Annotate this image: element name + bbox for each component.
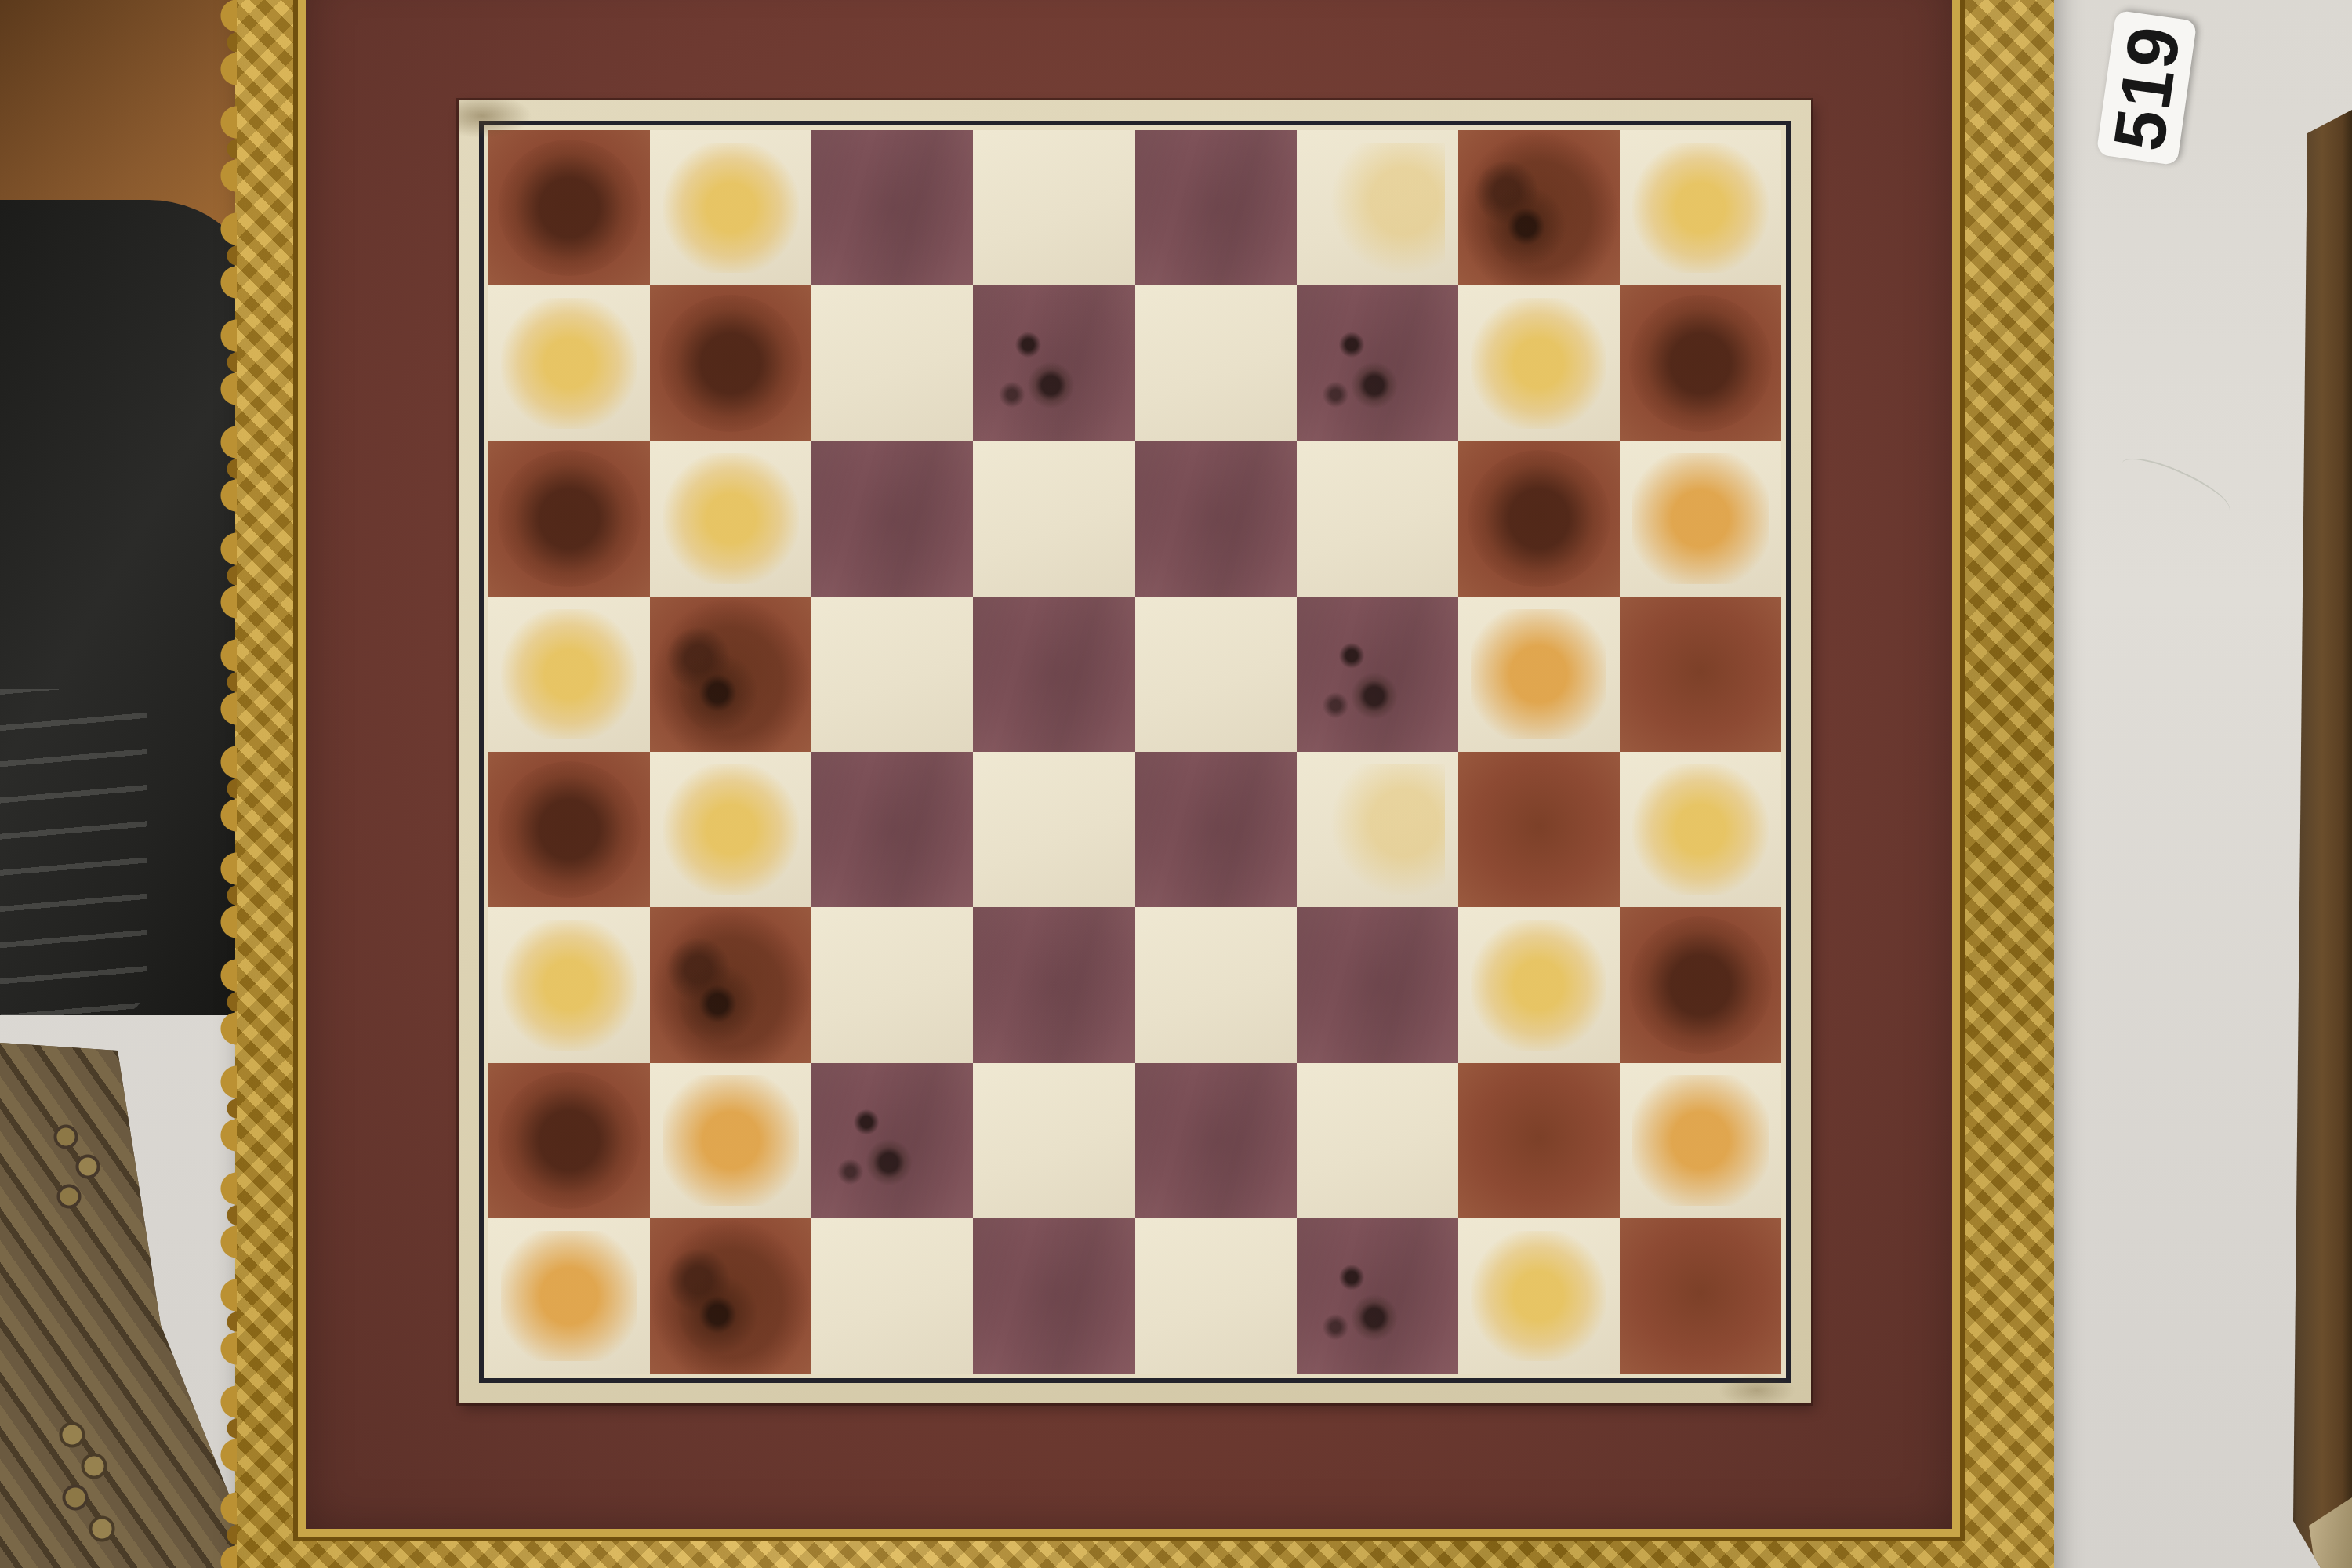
- square-a3: [488, 907, 650, 1062]
- square-b2: [650, 1063, 811, 1218]
- square-g4: [1458, 752, 1620, 907]
- square-c8: [811, 130, 973, 285]
- square-f2: [1297, 1063, 1458, 1218]
- square-b8: [650, 130, 811, 285]
- wooden-board-right-edge: [2285, 110, 2352, 1568]
- square-g8: [1458, 130, 1620, 285]
- square-a5: [488, 597, 650, 752]
- square-h7: [1620, 285, 1781, 441]
- square-d1: [973, 1218, 1134, 1374]
- square-b6: [650, 441, 811, 597]
- square-d7: [973, 285, 1134, 441]
- lot-number: 519: [2097, 20, 2196, 156]
- square-h6: [1620, 441, 1781, 597]
- chessboard-pinstripe-border: [479, 121, 1791, 1383]
- square-c1: [811, 1218, 973, 1374]
- square-d3: [973, 907, 1134, 1062]
- square-g3: [1458, 907, 1620, 1062]
- frame-carved-edge: [213, 0, 237, 1568]
- square-g7: [1458, 285, 1620, 441]
- framed-chessboard: 519: [235, 0, 2054, 1568]
- chessboard: [459, 100, 1811, 1403]
- maroon-mat: 519: [306, 0, 1952, 1529]
- square-h1: [1620, 1218, 1781, 1374]
- square-c7: [811, 285, 973, 441]
- square-d8: [973, 130, 1134, 285]
- square-h5: [1620, 597, 1781, 752]
- square-g1: [1458, 1218, 1620, 1374]
- square-h3: [1620, 907, 1781, 1062]
- square-f5: [1297, 597, 1458, 752]
- square-c3: [811, 907, 973, 1062]
- square-g6: [1458, 441, 1620, 597]
- square-a4: [488, 752, 650, 907]
- square-h8: [1620, 130, 1781, 285]
- square-d6: [973, 441, 1134, 597]
- square-c4: [811, 752, 973, 907]
- square-g5: [1458, 597, 1620, 752]
- square-f8: [1297, 130, 1458, 285]
- square-a6: [488, 441, 650, 597]
- square-e2: [1135, 1063, 1297, 1218]
- square-g2: [1458, 1063, 1620, 1218]
- square-f4: [1297, 752, 1458, 907]
- square-b1: [650, 1218, 811, 1374]
- square-f7: [1297, 285, 1458, 441]
- square-h2: [1620, 1063, 1781, 1218]
- square-d2: [973, 1063, 1134, 1218]
- square-f3: [1297, 907, 1458, 1062]
- square-f1: [1297, 1218, 1458, 1374]
- square-d4: [973, 752, 1134, 907]
- square-h4: [1620, 752, 1781, 907]
- square-e4: [1135, 752, 1297, 907]
- square-c2: [811, 1063, 973, 1218]
- square-b7: [650, 285, 811, 441]
- square-a7: [488, 285, 650, 441]
- square-e3: [1135, 907, 1297, 1062]
- square-c6: [811, 441, 973, 597]
- square-a2: [488, 1063, 650, 1218]
- auction-photo-scene: 519: [0, 0, 2352, 1568]
- wall-scuff: [2115, 448, 2236, 525]
- square-b3: [650, 907, 811, 1062]
- lot-number-sticker: 519: [2096, 10, 2198, 166]
- square-e5: [1135, 597, 1297, 752]
- square-e6: [1135, 441, 1297, 597]
- square-a1: [488, 1218, 650, 1374]
- board-grid: [488, 130, 1781, 1374]
- square-c5: [811, 597, 973, 752]
- square-a8: [488, 130, 650, 285]
- square-b5: [650, 597, 811, 752]
- square-d5: [973, 597, 1134, 752]
- square-e8: [1135, 130, 1297, 285]
- square-b4: [650, 752, 811, 907]
- square-e7: [1135, 285, 1297, 441]
- square-f6: [1297, 441, 1458, 597]
- square-e1: [1135, 1218, 1297, 1374]
